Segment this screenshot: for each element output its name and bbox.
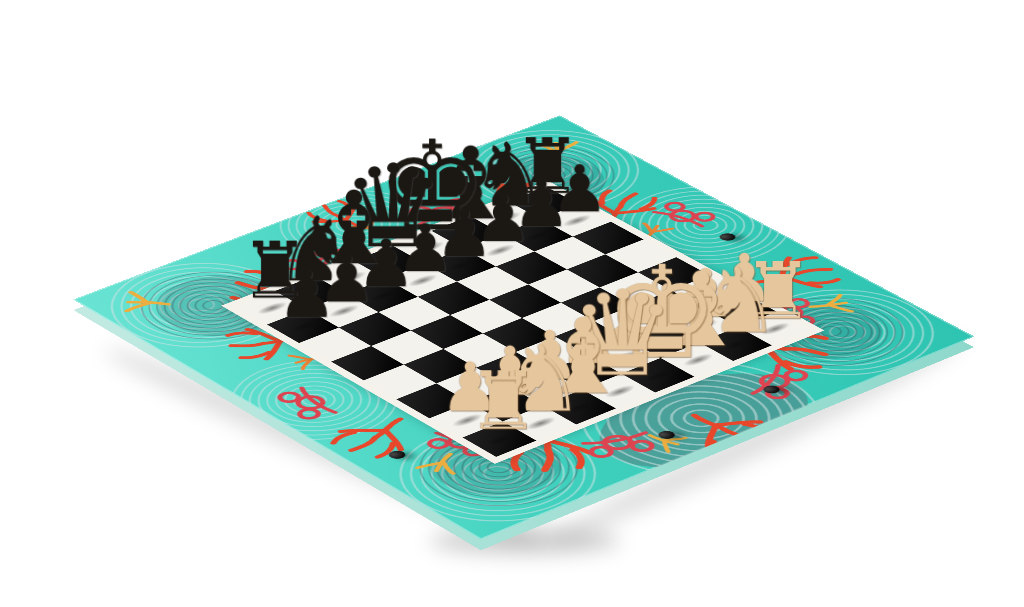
pawn-glyph: ♟ (236, 262, 376, 328)
product-photo-stage: ♜♞♝♛♚♝♞♜♟♟♟♟♟♟♟♟♟♟♟♟♟♟♟♟♜♞♝♛♚♝♞♜ (0, 0, 1024, 607)
pieces-layer: ♜♞♝♛♚♝♞♜♟♟♟♟♟♟♟♟♟♟♟♟♟♟♟♟♜♞♝♛♚♝♞♜ (73, 115, 975, 539)
rook-glyph: ♜ (431, 361, 575, 441)
board-face: ♜♞♝♛♚♝♞♜♟♟♟♟♟♟♟♟♟♟♟♟♟♟♟♟♜♞♝♛♚♝♞♜ (73, 115, 975, 539)
chess-board[interactable]: ♜♞♝♛♚♝♞♜♟♟♟♟♟♟♟♟♟♟♟♟♟♟♟♟♜♞♝♛♚♝♞♜ (73, 115, 975, 539)
